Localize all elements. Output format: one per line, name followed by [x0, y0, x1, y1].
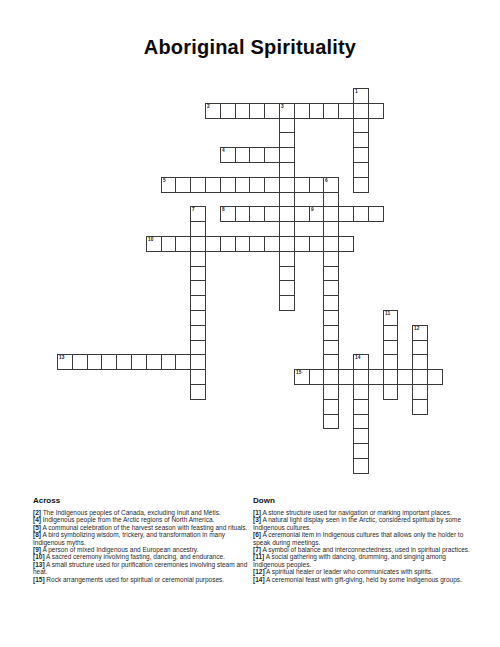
cell-number: 14: [355, 355, 360, 360]
grid-cell-22-16[interactable]: [383, 325, 399, 341]
clue-number: [13]: [33, 561, 45, 568]
grid-cell-12-8[interactable]: [235, 206, 251, 222]
grid-cell-20-4[interactable]: [353, 147, 369, 163]
grid-cell-18-13[interactable]: [323, 280, 339, 296]
grid-cell-9-20[interactable]: [190, 384, 206, 400]
grid-cell-20-24[interactable]: [353, 443, 369, 459]
grid-cell-9-15[interactable]: [190, 310, 206, 326]
grid-cell-7-18[interactable]: [161, 354, 177, 370]
cell-number: 11: [385, 311, 390, 316]
cell-number: 7: [192, 207, 195, 212]
clue-down-12: [12] A spiritual healer or leader who co…: [253, 568, 470, 575]
grid-cell-10-6[interactable]: [205, 177, 221, 193]
grid-cell-18-6[interactable]: 6: [323, 177, 339, 193]
grid-cell-12-6[interactable]: [235, 177, 251, 193]
grid-cell-8-10[interactable]: [175, 236, 191, 252]
across-clues: [2] The Indigenous peoples of Canada, ex…: [33, 509, 250, 583]
cell-number: 13: [59, 355, 64, 360]
grid-cell-7-6[interactable]: 5: [161, 177, 177, 193]
grid-cell-20-5[interactable]: [353, 162, 369, 178]
grid-cell-20-25[interactable]: [353, 458, 369, 474]
grid-cell-19-1[interactable]: [338, 103, 354, 119]
grid-cell-18-7[interactable]: [323, 192, 339, 208]
grid-cell-9-19[interactable]: [190, 369, 206, 385]
grid-cell-18-17[interactable]: [323, 340, 339, 356]
grid-cell-17-10[interactable]: [309, 236, 325, 252]
grid-cell-17-8[interactable]: 9: [309, 206, 325, 222]
cell-number: 3: [281, 104, 284, 109]
grid-cell-15-14[interactable]: [279, 295, 295, 311]
clue-across-10: [10] A sacred ceremony involving fasting…: [33, 553, 250, 560]
grid-cell-11-10[interactable]: [220, 236, 236, 252]
grid-cell-9-11[interactable]: [190, 251, 206, 267]
grid-cell-9-12[interactable]: [190, 266, 206, 282]
grid-cell-18-22[interactable]: [323, 414, 339, 430]
grid-cell-22-19[interactable]: [383, 369, 399, 385]
clue-number: [5]: [33, 524, 41, 531]
clue-across-4: [4] Indigenous people from the Arctic re…: [33, 516, 250, 523]
grid-cell-0-18[interactable]: 13: [57, 354, 73, 370]
grid-cell-20-0[interactable]: 1: [353, 88, 369, 104]
clue-number: [3]: [253, 516, 261, 523]
clue-down-3: [3] A natural light display seen in the …: [253, 516, 470, 531]
grid-cell-13-4[interactable]: [249, 147, 265, 163]
grid-cell-21-8[interactable]: [368, 206, 384, 222]
grid-cell-11-6[interactable]: [220, 177, 236, 193]
grid-cell-19-8[interactable]: [338, 206, 354, 222]
grid-cell-11-4[interactable]: 4: [220, 147, 236, 163]
down-header: Down: [253, 496, 470, 505]
grid-cell-12-1[interactable]: [235, 103, 251, 119]
cell-number: 5: [163, 178, 166, 183]
grid-cell-13-1[interactable]: [249, 103, 265, 119]
grid-cell-18-21[interactable]: [323, 399, 339, 415]
clue-across-15: [15] Rock arrangements used for spiritua…: [33, 576, 250, 583]
grid-cell-18-10[interactable]: [323, 236, 339, 252]
grid-cell-25-19[interactable]: [427, 369, 443, 385]
grid-cell-2-18[interactable]: [87, 354, 103, 370]
grid-cell-15-12[interactable]: [279, 266, 295, 282]
clue-number: [7]: [253, 546, 261, 553]
down-section: Down [1] A stone structure used for navi…: [253, 496, 470, 583]
grid-cell-20-23[interactable]: [353, 428, 369, 444]
grid-cell-18-19[interactable]: [323, 369, 339, 385]
grid-cell-18-9[interactable]: [323, 221, 339, 237]
grid-cell-20-18[interactable]: 14: [353, 354, 369, 370]
grid-cell-13-10[interactable]: [249, 236, 265, 252]
grid-cell-16-1[interactable]: [294, 103, 310, 119]
grid-cell-20-3[interactable]: [353, 132, 369, 148]
grid-cell-15-6[interactable]: [279, 177, 295, 193]
grid-cell-20-6[interactable]: [353, 177, 369, 193]
grid-cell-20-2[interactable]: [353, 118, 369, 134]
grid-cell-6-10[interactable]: 10: [146, 236, 162, 252]
grid-cell-18-11[interactable]: [323, 251, 339, 267]
grid-cell-24-19[interactable]: [412, 369, 428, 385]
grid-cell-24-21[interactable]: [412, 399, 428, 415]
grid-cell-24-20[interactable]: [412, 384, 428, 400]
grid-cell-15-4[interactable]: [279, 147, 295, 163]
clue-down-7: [7] A symbol of balance and interconnect…: [253, 546, 470, 553]
grid-cell-24-17[interactable]: [412, 340, 428, 356]
clue-number: [15]: [33, 576, 45, 583]
grid-cell-18-20[interactable]: [323, 384, 339, 400]
grid-cell-23-19[interactable]: [397, 369, 413, 385]
grid-cell-18-15[interactable]: [323, 310, 339, 326]
grid-cell-20-19[interactable]: [353, 369, 369, 385]
cell-number: 15: [296, 370, 301, 375]
clue-number: [2]: [33, 509, 41, 516]
grid-cell-10-10[interactable]: [205, 236, 221, 252]
crossword-page: Aboriginal Spirituality 1234567891011121…: [0, 0, 500, 647]
grid-cell-20-22[interactable]: [353, 414, 369, 430]
crossword-grid: 123456789101112131415: [57, 88, 443, 474]
clue-across-2: [2] The Indigenous peoples of Canada, ex…: [33, 509, 250, 516]
grid-cell-10-1[interactable]: 2: [205, 103, 221, 119]
grid-cell-12-10[interactable]: [235, 236, 251, 252]
clue-across-5: [5] A communal celebration of the harves…: [33, 524, 250, 531]
grid-cell-14-4[interactable]: [264, 147, 280, 163]
clue-number: [11]: [253, 553, 264, 560]
clue-down-11: [11] A social gathering with dancing, dr…: [253, 553, 470, 568]
grid-cell-18-12[interactable]: [323, 266, 339, 282]
grid-cell-14-1[interactable]: [264, 103, 280, 119]
grid-cell-9-16[interactable]: [190, 325, 206, 341]
grid-cell-9-18[interactable]: [190, 354, 206, 370]
grid-cell-16-19[interactable]: 15: [294, 369, 310, 385]
grid-cell-13-6[interactable]: [249, 177, 265, 193]
grid-cell-24-16[interactable]: 12: [412, 325, 428, 341]
grid-cell-15-9[interactable]: [279, 221, 295, 237]
grid-cell-20-21[interactable]: [353, 399, 369, 415]
grid-cell-15-3[interactable]: [279, 132, 295, 148]
grid-cell-17-1[interactable]: [309, 103, 325, 119]
grid-cell-21-19[interactable]: [368, 369, 384, 385]
grid-cell-20-1[interactable]: [353, 103, 369, 119]
grid-cell-4-18[interactable]: [116, 354, 132, 370]
cell-number: 9: [311, 207, 314, 212]
across-section: Across [2] The Indigenous peoples of Can…: [33, 496, 250, 583]
grid-cell-1-18[interactable]: [72, 354, 88, 370]
clue-number: [6]: [253, 531, 261, 538]
grid-cell-15-11[interactable]: [279, 251, 295, 267]
grid-cell-20-20[interactable]: [353, 384, 369, 400]
grid-cell-9-6[interactable]: [190, 177, 206, 193]
grid-cell-15-5[interactable]: [279, 162, 295, 178]
down-clues: [1] A stone structure used for navigatio…: [253, 509, 470, 583]
cell-number: 1: [355, 89, 358, 94]
clue-number: [14]: [253, 576, 265, 583]
grid-cell-9-9[interactable]: [190, 221, 206, 237]
clue-number: [10]: [33, 553, 45, 560]
clue-down-14: [14] A ceremonial feast with gift-giving…: [253, 576, 470, 583]
grid-cell-16-6[interactable]: [294, 177, 310, 193]
grid-cell-8-6[interactable]: [175, 177, 191, 193]
grid-cell-22-20[interactable]: [383, 384, 399, 400]
cell-number: 2: [207, 104, 210, 109]
grid-cell-3-18[interactable]: [101, 354, 117, 370]
grid-cell-22-17[interactable]: [383, 340, 399, 356]
grid-cell-22-18[interactable]: [383, 354, 399, 370]
clue-number: [1]: [253, 509, 261, 516]
grid-cell-19-10[interactable]: [338, 236, 354, 252]
clue-down-1: [1] A stone structure used for navigatio…: [253, 509, 470, 516]
clue-down-6: [6] A ceremonial item in Indigenous cult…: [253, 531, 470, 546]
grid-cell-19-19[interactable]: [338, 369, 354, 385]
grid-cell-18-1[interactable]: [323, 103, 339, 119]
grid-cell-18-8[interactable]: [323, 206, 339, 222]
grid-cell-17-19[interactable]: [309, 369, 325, 385]
grid-cell-14-6[interactable]: [264, 177, 280, 193]
grid-cell-16-10[interactable]: [294, 236, 310, 252]
grid-cell-24-18[interactable]: [412, 354, 428, 370]
grid-cell-9-10[interactable]: [190, 236, 206, 252]
grid-cell-20-8[interactable]: [353, 206, 369, 222]
grid-cell-9-8[interactable]: 7: [190, 206, 206, 222]
grid-cell-18-18[interactable]: [323, 354, 339, 370]
grid-cell-22-15[interactable]: 11: [383, 310, 399, 326]
cell-number: 10: [148, 237, 153, 242]
grid-cell-7-10[interactable]: [161, 236, 177, 252]
cell-number: 8: [222, 207, 225, 212]
clue-number: [4]: [33, 516, 41, 523]
grid-cell-6-18[interactable]: [146, 354, 162, 370]
grid-cell-15-8[interactable]: [279, 206, 295, 222]
grid-cell-17-6[interactable]: [309, 177, 325, 193]
clue-across-9: [9] A person of mixed Indigenous and Eur…: [33, 546, 250, 553]
grid-cell-5-18[interactable]: [131, 354, 147, 370]
grid-cell-14-8[interactable]: [264, 206, 280, 222]
grid-cell-15-2[interactable]: [279, 118, 295, 134]
clue-number: [8]: [33, 531, 41, 538]
clue-number: [9]: [33, 546, 41, 553]
grid-cell-18-16[interactable]: [323, 325, 339, 341]
cell-number: 6: [325, 178, 328, 183]
clue-across-13: [13] A small structure used for purifica…: [33, 561, 250, 576]
grid-cell-15-1[interactable]: 3: [279, 103, 295, 119]
grid-cell-15-13[interactable]: [279, 280, 295, 296]
grid-cell-12-4[interactable]: [235, 147, 251, 163]
grid-cell-13-8[interactable]: [249, 206, 265, 222]
grid-cell-9-17[interactable]: [190, 340, 206, 356]
grid-cell-15-7[interactable]: [279, 192, 295, 208]
grid-cell-21-1[interactable]: [368, 103, 384, 119]
grid-cell-9-13[interactable]: [190, 280, 206, 296]
page-title: Aboriginal Spirituality: [0, 36, 500, 59]
cell-number: 4: [222, 148, 225, 153]
grid-cell-11-1[interactable]: [220, 103, 236, 119]
grid-cell-15-10[interactable]: [279, 236, 295, 252]
across-header: Across: [33, 496, 250, 505]
grid-cell-11-8[interactable]: 8: [220, 206, 236, 222]
grid-cell-8-18[interactable]: [175, 354, 191, 370]
grid-cell-14-10[interactable]: [264, 236, 280, 252]
clue-across-8: [8] A bird symbolizing wisdom, trickery,…: [33, 531, 250, 546]
grid-cell-9-14[interactable]: [190, 295, 206, 311]
grid-cell-18-14[interactable]: [323, 295, 339, 311]
grid-cell-16-8[interactable]: [294, 206, 310, 222]
cell-number: 12: [414, 326, 419, 331]
clue-number: [12]: [253, 568, 265, 575]
